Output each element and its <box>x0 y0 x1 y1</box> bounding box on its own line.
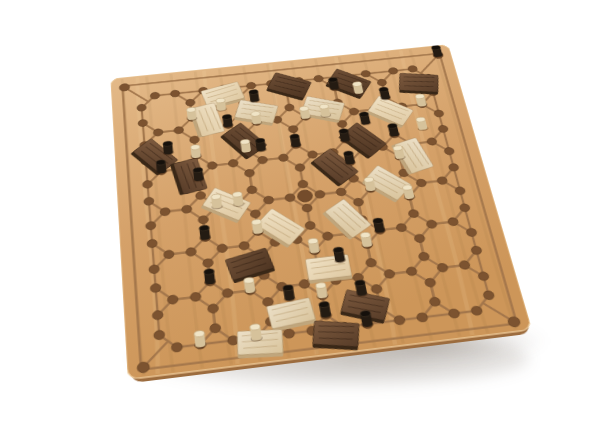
bridge-tile-walnut[interactable] <box>312 321 359 351</box>
board-svg <box>110 44 533 383</box>
product-photo <box>0 0 600 434</box>
bridge-tile-maple[interactable] <box>305 254 352 284</box>
peg-cream[interactable] <box>186 107 198 121</box>
peg-cream[interactable] <box>190 144 202 159</box>
bridge-tile-walnut[interactable] <box>399 73 438 95</box>
game-board <box>110 44 533 383</box>
peg-black[interactable] <box>162 141 174 156</box>
peg-black[interactable] <box>155 159 167 174</box>
